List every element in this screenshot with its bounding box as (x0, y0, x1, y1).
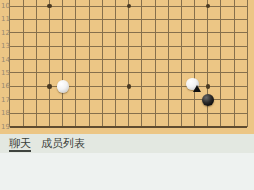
intersection[interactable] (175, 13, 188, 26)
grid-line-horizontal (83, 113, 96, 114)
intersection[interactable] (135, 13, 148, 26)
intersection[interactable] (56, 26, 69, 39)
intersection[interactable] (188, 26, 201, 39)
grid-line-horizontal (56, 59, 69, 60)
intersection[interactable] (43, 39, 56, 52)
intersection[interactable] (69, 26, 82, 39)
intersection[interactable] (135, 120, 148, 133)
tab-member-list[interactable]: 成员列表 (41, 134, 85, 153)
intersection[interactable] (122, 26, 135, 39)
grid-line-horizontal (135, 46, 148, 47)
intersection[interactable] (175, 53, 188, 66)
grid-line-horizontal (188, 126, 201, 128)
intersection[interactable] (83, 53, 96, 66)
grid-line-horizontal (109, 99, 122, 100)
grid-line-horizontal (148, 126, 161, 128)
intersection[interactable] (122, 120, 135, 133)
grid-line-horizontal (30, 19, 43, 20)
intersection[interactable] (228, 120, 241, 133)
grid-line-horizontal (122, 32, 135, 33)
intersection[interactable] (122, 39, 135, 52)
intersection[interactable] (109, 53, 122, 66)
intersection[interactable] (175, 26, 188, 39)
intersection[interactable] (162, 80, 175, 93)
grid-line-horizontal (148, 72, 161, 73)
grid-line-horizontal (175, 113, 188, 114)
grid-line-horizontal (228, 46, 241, 47)
intersection[interactable] (188, 120, 201, 133)
intersection[interactable] (228, 13, 241, 26)
intersection[interactable] (69, 13, 82, 26)
grid-line-horizontal (162, 59, 175, 60)
grid-line-horizontal (17, 72, 30, 73)
intersection[interactable] (43, 66, 56, 79)
go-board[interactable]: 10111213141516171819 (0, 0, 254, 135)
intersection[interactable] (241, 39, 254, 52)
board-grid (3, 0, 254, 133)
intersection[interactable] (69, 39, 82, 52)
intersection[interactable] (30, 106, 43, 119)
grid-line-horizontal (188, 6, 201, 7)
intersection[interactable] (241, 13, 254, 26)
intersection[interactable] (96, 106, 109, 119)
grid-line-horizontal (69, 126, 82, 128)
grid-line-horizontal (201, 19, 214, 20)
star-point (47, 84, 51, 88)
grid-line-horizontal (135, 86, 148, 87)
intersection[interactable] (214, 26, 227, 39)
grid-line-horizontal (148, 46, 161, 47)
intersection[interactable] (241, 80, 254, 93)
grid-line-horizontal (10, 126, 17, 128)
intersection[interactable] (43, 13, 56, 26)
grid-line-horizontal (10, 6, 17, 7)
grid-line-horizontal (17, 86, 30, 87)
grid-line-horizontal (162, 113, 175, 114)
intersection[interactable] (201, 66, 214, 79)
intersection[interactable] (241, 106, 254, 119)
grid-line-horizontal (214, 126, 227, 128)
intersection[interactable] (148, 0, 161, 13)
grid-line-horizontal (43, 113, 56, 114)
intersection[interactable] (135, 53, 148, 66)
intersection[interactable] (109, 0, 122, 13)
row-coordinate-label: 13 (0, 42, 10, 50)
grid-line-horizontal (228, 72, 241, 73)
intersection[interactable] (122, 106, 135, 119)
grid-line-horizontal (122, 99, 135, 100)
grid-line-horizontal (175, 32, 188, 33)
intersection[interactable] (96, 66, 109, 79)
grid-line-horizontal (56, 6, 69, 7)
grid-line-horizontal (122, 113, 135, 114)
intersection[interactable] (69, 93, 82, 106)
intersection[interactable] (83, 66, 96, 79)
intersection[interactable] (214, 13, 227, 26)
grid-line-horizontal (96, 86, 109, 87)
intersection[interactable] (30, 13, 43, 26)
intersection[interactable] (109, 39, 122, 52)
grid-line-horizontal (148, 6, 161, 7)
grid-line-horizontal (241, 86, 248, 87)
intersection[interactable] (83, 39, 96, 52)
row-coordinate-label: 18 (0, 109, 10, 117)
intersection[interactable] (56, 93, 69, 106)
intersection[interactable] (162, 93, 175, 106)
intersection[interactable] (17, 53, 30, 66)
grid-line-horizontal (135, 72, 148, 73)
grid-line-horizontal (30, 46, 43, 47)
intersection[interactable] (148, 39, 161, 52)
intersection[interactable] (135, 66, 148, 79)
intersection[interactable] (148, 53, 161, 66)
intersection[interactable] (69, 53, 82, 66)
intersection[interactable] (162, 39, 175, 52)
grid-line-horizontal (83, 6, 96, 7)
intersection[interactable] (241, 26, 254, 39)
intersection[interactable] (83, 120, 96, 133)
intersection[interactable] (122, 66, 135, 79)
grid-line-horizontal (148, 59, 161, 60)
intersection[interactable] (162, 120, 175, 133)
intersection[interactable] (17, 120, 30, 133)
grid-line-horizontal (69, 86, 82, 87)
grid-line-horizontal (96, 6, 109, 7)
intersection[interactable] (17, 39, 30, 52)
intersection[interactable] (201, 120, 214, 133)
grid-line-horizontal (122, 72, 135, 73)
grid-line-horizontal (109, 72, 122, 73)
intersection[interactable] (96, 26, 109, 39)
intersection[interactable] (175, 93, 188, 106)
intersection[interactable] (135, 39, 148, 52)
intersection[interactable] (43, 106, 56, 119)
intersection[interactable] (122, 13, 135, 26)
grid-line-horizontal (96, 113, 109, 114)
intersection[interactable] (175, 66, 188, 79)
intersection[interactable] (201, 26, 214, 39)
grid-line-horizontal (69, 72, 82, 73)
intersection[interactable] (188, 93, 201, 106)
intersection[interactable] (188, 106, 201, 119)
intersection[interactable] (30, 80, 43, 93)
grid-line-horizontal (175, 59, 188, 60)
intersection[interactable] (148, 26, 161, 39)
intersection[interactable] (17, 13, 30, 26)
grid-line-horizontal (241, 126, 248, 128)
grid-line-horizontal (135, 32, 148, 33)
intersection[interactable] (241, 66, 254, 79)
intersection[interactable] (30, 0, 43, 13)
grid-line-horizontal (188, 113, 201, 114)
intersection[interactable] (30, 93, 43, 106)
intersection[interactable] (43, 53, 56, 66)
active-tab-indicator (9, 150, 31, 152)
grid-line-horizontal (109, 46, 122, 47)
intersection[interactable] (135, 93, 148, 106)
grid-line-horizontal (109, 113, 122, 114)
grid-line-horizontal (135, 113, 148, 114)
grid-line-horizontal (175, 72, 188, 73)
grid-line-horizontal (69, 32, 82, 33)
intersection[interactable] (56, 106, 69, 119)
intersection[interactable] (188, 0, 201, 13)
grid-line-horizontal (109, 32, 122, 33)
intersection[interactable] (162, 106, 175, 119)
grid-line-horizontal (83, 126, 96, 128)
intersection[interactable] (96, 39, 109, 52)
intersection[interactable] (214, 39, 227, 52)
intersection[interactable] (175, 106, 188, 119)
intersection[interactable] (228, 66, 241, 79)
intersection[interactable] (135, 106, 148, 119)
intersection[interactable] (69, 80, 82, 93)
intersection[interactable] (214, 53, 227, 66)
row-coordinate-label: 11 (0, 15, 10, 23)
intersection[interactable] (162, 26, 175, 39)
intersection[interactable] (96, 13, 109, 26)
intersection[interactable] (30, 39, 43, 52)
intersection[interactable] (56, 13, 69, 26)
intersection[interactable] (201, 53, 214, 66)
intersection[interactable] (30, 26, 43, 39)
grid-line-horizontal (10, 86, 17, 87)
intersection[interactable] (83, 13, 96, 26)
intersection[interactable] (228, 53, 241, 66)
grid-line-horizontal (10, 46, 17, 47)
intersection[interactable] (188, 13, 201, 26)
intersection[interactable] (109, 93, 122, 106)
intersection[interactable] (228, 93, 241, 106)
intersection[interactable] (228, 0, 241, 13)
grid-line-horizontal (96, 19, 109, 20)
intersection[interactable] (17, 66, 30, 79)
grid-line-horizontal (162, 6, 175, 7)
tab-bar: 聊天 成员列表 (0, 134, 254, 153)
grid-line-horizontal (30, 99, 43, 100)
intersection[interactable] (214, 80, 227, 93)
intersection[interactable] (214, 66, 227, 79)
grid-line-horizontal (201, 113, 214, 114)
grid-line-horizontal (148, 113, 161, 114)
grid-line-horizontal (83, 19, 96, 20)
grid-line-horizontal (135, 99, 148, 100)
intersection[interactable] (56, 39, 69, 52)
grid-line-horizontal (135, 59, 148, 60)
intersection[interactable] (175, 39, 188, 52)
grid-line-horizontal (83, 46, 96, 47)
grid-line-horizontal (162, 72, 175, 73)
grid-line-horizontal (228, 99, 241, 100)
intersection[interactable] (69, 66, 82, 79)
intersection[interactable] (214, 93, 227, 106)
intersection[interactable] (148, 13, 161, 26)
intersection[interactable] (188, 53, 201, 66)
intersection[interactable] (228, 106, 241, 119)
intersection[interactable] (56, 0, 69, 13)
grid-line-horizontal (241, 32, 248, 33)
grid-line-horizontal (162, 99, 175, 100)
intersection[interactable] (43, 93, 56, 106)
intersection[interactable] (83, 93, 96, 106)
grid-line-horizontal (162, 19, 175, 20)
intersection[interactable] (214, 106, 227, 119)
intersection[interactable] (201, 13, 214, 26)
grid-line-horizontal (241, 59, 248, 60)
intersection[interactable] (109, 80, 122, 93)
intersection[interactable] (56, 53, 69, 66)
intersection[interactable] (135, 80, 148, 93)
intersection[interactable] (69, 120, 82, 133)
grid-line-horizontal (188, 72, 201, 73)
grid-line-horizontal (241, 19, 248, 20)
grid-line-horizontal (214, 19, 227, 20)
grid-line-horizontal (17, 126, 30, 128)
chat-panel (0, 153, 254, 190)
grid-line-horizontal (43, 72, 56, 73)
grid-line-horizontal (175, 46, 188, 47)
intersection[interactable] (175, 120, 188, 133)
intersection[interactable] (96, 80, 109, 93)
intersection[interactable] (30, 120, 43, 133)
intersection[interactable] (228, 39, 241, 52)
grid-line-horizontal (188, 59, 201, 60)
intersection[interactable] (96, 120, 109, 133)
intersection[interactable] (162, 0, 175, 13)
intersection[interactable] (148, 66, 161, 79)
intersection[interactable] (30, 66, 43, 79)
intersection[interactable] (188, 39, 201, 52)
grid-line-horizontal (241, 113, 248, 114)
intersection[interactable] (96, 53, 109, 66)
intersection[interactable] (56, 66, 69, 79)
intersection[interactable] (122, 53, 135, 66)
intersection[interactable] (148, 106, 161, 119)
intersection[interactable] (241, 93, 254, 106)
intersection[interactable] (17, 80, 30, 93)
intersection[interactable] (162, 53, 175, 66)
grid-line-horizontal (135, 126, 148, 128)
grid-line-horizontal (43, 59, 56, 60)
intersection[interactable] (241, 53, 254, 66)
grid-line-horizontal (56, 126, 69, 128)
row-coordinate-label: 14 (0, 56, 10, 64)
grid-line-horizontal (214, 113, 227, 114)
intersection[interactable] (83, 106, 96, 119)
grid-line-horizontal (162, 86, 175, 87)
grid-line-horizontal (83, 86, 96, 87)
intersection[interactable] (162, 66, 175, 79)
grid-line-horizontal (109, 6, 122, 7)
grid-line-horizontal (162, 46, 175, 47)
intersection[interactable] (17, 0, 30, 13)
intersection[interactable] (241, 0, 254, 13)
intersection[interactable] (214, 0, 227, 13)
intersection[interactable] (109, 13, 122, 26)
triangle-marker (193, 85, 201, 92)
grid-line-horizontal (241, 99, 248, 100)
row-coordinate-label: 17 (0, 96, 10, 104)
intersection[interactable] (201, 106, 214, 119)
intersection[interactable] (135, 0, 148, 13)
intersection[interactable] (148, 93, 161, 106)
intersection[interactable] (175, 0, 188, 13)
grid-line-horizontal (30, 32, 43, 33)
intersection[interactable] (109, 26, 122, 39)
intersection[interactable] (96, 0, 109, 13)
tab-chat[interactable]: 聊天 (9, 134, 31, 153)
intersection[interactable] (201, 39, 214, 52)
intersection[interactable] (241, 120, 254, 133)
grid-line-horizontal (17, 59, 30, 60)
grid-line-horizontal (43, 32, 56, 33)
intersection[interactable] (69, 106, 82, 119)
intersection[interactable] (56, 120, 69, 133)
intersection[interactable] (109, 66, 122, 79)
grid-line-horizontal (10, 19, 17, 20)
grid-line-horizontal (10, 72, 17, 73)
intersection[interactable] (214, 120, 227, 133)
intersection[interactable] (122, 93, 135, 106)
intersection[interactable] (43, 120, 56, 133)
intersection[interactable] (30, 53, 43, 66)
intersection[interactable] (109, 120, 122, 133)
grid-line-horizontal (17, 99, 30, 100)
grid-line-horizontal (188, 32, 201, 33)
grid-line-horizontal (43, 126, 56, 128)
intersection[interactable] (69, 0, 82, 13)
intersection[interactable] (83, 26, 96, 39)
grid-line-horizontal (175, 19, 188, 20)
grid-line-horizontal (10, 32, 17, 33)
grid-line-horizontal (241, 72, 248, 73)
grid-line-horizontal (17, 32, 30, 33)
grid-line-horizontal (214, 6, 227, 7)
grid-line-horizontal (148, 99, 161, 100)
grid-line-horizontal (214, 46, 227, 47)
intersection[interactable] (17, 26, 30, 39)
intersection[interactable] (109, 106, 122, 119)
intersection[interactable] (83, 80, 96, 93)
intersection[interactable] (17, 93, 30, 106)
intersection[interactable] (17, 106, 30, 119)
grid-line-horizontal (96, 126, 109, 128)
intersection[interactable] (83, 0, 96, 13)
grid-line-horizontal (201, 46, 214, 47)
grid-line-horizontal (162, 32, 175, 33)
intersection[interactable] (148, 120, 161, 133)
grid-line-horizontal (228, 59, 241, 60)
intersection[interactable] (148, 80, 161, 93)
intersection[interactable] (96, 93, 109, 106)
row-coordinate-label: 10 (0, 2, 10, 10)
grid-line-horizontal (30, 113, 43, 114)
intersection[interactable] (162, 13, 175, 26)
grid-line-horizontal (122, 59, 135, 60)
intersection[interactable] (135, 26, 148, 39)
grid-line-horizontal (43, 99, 56, 100)
grid-line-horizontal (148, 19, 161, 20)
grid-line-horizontal (162, 126, 175, 128)
row-coordinate-label: 15 (0, 69, 10, 77)
grid-line-horizontal (135, 6, 148, 7)
intersection[interactable] (43, 26, 56, 39)
intersection[interactable] (228, 80, 241, 93)
grid-line-horizontal (201, 126, 214, 128)
grid-line-horizontal (30, 6, 43, 7)
intersection[interactable] (228, 26, 241, 39)
tab-chat-label: 聊天 (9, 136, 31, 151)
